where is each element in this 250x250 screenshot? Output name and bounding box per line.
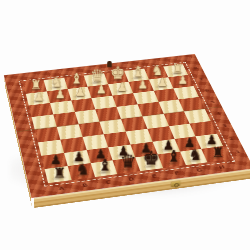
cell-d1: ♛ <box>113 158 141 175</box>
light-pawn-piece: ♟ <box>96 84 106 96</box>
dark-king-piece: ♚ <box>142 149 159 168</box>
file-label-g: G <box>187 167 211 174</box>
light-pawn-piece: ♟ <box>55 88 65 100</box>
light-pawn-piece: ♟ <box>75 86 85 98</box>
rank-label-3: 3 <box>219 119 229 132</box>
file-label-c: C <box>96 179 121 186</box>
dark-bishop-piece: ♝ <box>98 158 112 174</box>
file-label-b: B <box>73 182 98 189</box>
file-label-f: F <box>165 170 189 177</box>
rank-label-7: 7 <box>196 73 205 84</box>
dark-knight-piece: ♞ <box>189 147 202 162</box>
folding-chess-box: ABCDEFGH 87654321 ♜♞♝♛♚♝♞♜♟♟♟♟♟♟♟♟♟♟♟♟♟♟… <box>4 54 250 198</box>
dark-rook-piece: ♜ <box>53 166 66 180</box>
rank-label-4: 4 <box>213 107 223 120</box>
rank-label-6: 6 <box>202 84 212 96</box>
cell-g5 <box>158 100 184 114</box>
rank-label-1: 1 <box>232 145 243 159</box>
file-label-h: H <box>210 164 234 171</box>
light-pawn-piece: ♟ <box>178 74 188 85</box>
brass-clasp <box>171 181 181 187</box>
dark-queen-piece: ♛ <box>120 153 136 171</box>
light-queen-piece: ♛ <box>90 68 105 84</box>
rank-label-5: 5 <box>208 96 218 108</box>
light-pawn-piece: ♟ <box>137 79 147 91</box>
file-label-d: D <box>119 176 144 183</box>
cell-b1: ♞ <box>68 163 95 180</box>
rank-label-2: 2 <box>226 132 237 145</box>
rank-label-8: 8 <box>191 63 200 74</box>
dark-rook-piece: ♜ <box>212 146 224 160</box>
cell-g1: ♞ <box>180 149 208 165</box>
cell-c4 <box>78 122 104 137</box>
cell-a1: ♜ <box>45 166 72 183</box>
light-pawn-piece: ♟ <box>117 81 127 93</box>
file-label-e: E <box>142 173 166 180</box>
light-king-piece: ♚ <box>110 65 125 82</box>
light-pawn-piece: ♟ <box>158 77 168 88</box>
dark-knight-piece: ♞ <box>76 162 90 177</box>
light-pawn-piece: ♟ <box>34 91 45 103</box>
file-label-a: A <box>49 185 74 192</box>
cell-e1: ♚ <box>135 155 163 172</box>
cell-e5 <box>117 104 143 119</box>
dark-bishop-piece: ♝ <box>166 149 180 165</box>
product-photo: ABCDEFGH 87654321 ♜♞♝♛♚♝♞♜♟♟♟♟♟♟♟♟♟♟♟♟♟♟… <box>0 0 250 250</box>
